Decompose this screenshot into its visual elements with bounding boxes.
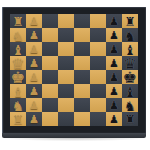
board-square[interactable] [90, 28, 106, 42]
white-pawn[interactable]: ♟ [26, 57, 42, 71]
board-square[interactable] [90, 98, 106, 112]
board-square[interactable]: ♝ [10, 42, 26, 56]
board-square[interactable] [74, 28, 90, 42]
black-pawn[interactable]: ♟ [106, 43, 122, 57]
white-knight[interactable]: ♞ [10, 99, 26, 113]
board-square[interactable] [58, 112, 74, 126]
board-square[interactable] [74, 14, 90, 28]
board-shadow [4, 138, 145, 141]
board-square[interactable] [90, 84, 106, 98]
black-pawn[interactable]: ♟ [106, 85, 122, 99]
board-square[interactable]: ♚ [122, 70, 138, 84]
black-knight[interactable]: ♞ [122, 99, 138, 113]
black-pawn[interactable]: ♟ [106, 29, 122, 43]
board-square[interactable]: ♞ [10, 28, 26, 42]
white-pawn[interactable]: ♟ [26, 43, 42, 57]
board-square[interactable] [58, 42, 74, 56]
board-square[interactable] [58, 28, 74, 42]
board-square[interactable] [58, 14, 74, 28]
black-pawn[interactable]: ♟ [106, 99, 122, 113]
board-square[interactable]: ♟ [106, 112, 122, 126]
board-square[interactable] [58, 98, 74, 112]
board-square[interactable] [74, 42, 90, 56]
black-pawn[interactable]: ♟ [106, 15, 122, 29]
board-square[interactable]: ♜ [122, 112, 138, 126]
white-rook[interactable]: ♜ [10, 113, 26, 127]
board-square[interactable] [90, 56, 106, 70]
board-square[interactable]: ♟ [26, 14, 42, 28]
board-square[interactable] [74, 70, 90, 84]
white-rook[interactable]: ♜ [10, 15, 26, 29]
board-square[interactable]: ♜ [10, 112, 26, 126]
board-square[interactable] [42, 56, 58, 70]
board-square[interactable]: ♜ [122, 14, 138, 28]
photo-background: ♜♟♟♜♞♟♟♞♝♟♟♝♛♟♟♛♚♟♟♚♝♟♟♝♞♟♟♞♜♟♟♜ [0, 0, 150, 150]
board-square[interactable]: ♚ [10, 70, 26, 84]
board-square[interactable]: ♝ [122, 84, 138, 98]
board-square[interactable] [74, 56, 90, 70]
board-square[interactable]: ♟ [26, 28, 42, 42]
board-square[interactable]: ♟ [106, 56, 122, 70]
board-square[interactable]: ♟ [26, 42, 42, 56]
board-square[interactable] [42, 70, 58, 84]
board-square[interactable] [42, 112, 58, 126]
black-rook[interactable]: ♜ [122, 113, 138, 127]
white-bishop[interactable]: ♝ [10, 85, 26, 99]
white-pawn[interactable]: ♟ [26, 71, 42, 85]
white-pawn[interactable]: ♟ [26, 113, 42, 127]
black-pawn[interactable]: ♟ [106, 71, 122, 85]
board-square[interactable] [42, 42, 58, 56]
board-square[interactable] [90, 70, 106, 84]
board-square[interactable]: ♝ [10, 84, 26, 98]
board-square[interactable] [58, 84, 74, 98]
board-square[interactable]: ♜ [10, 14, 26, 28]
board-square[interactable]: ♟ [26, 56, 42, 70]
board-square[interactable] [58, 70, 74, 84]
black-bishop[interactable]: ♝ [122, 85, 138, 99]
board-square[interactable]: ♟ [26, 84, 42, 98]
board-square[interactable] [42, 98, 58, 112]
board-square[interactable] [74, 112, 90, 126]
board-square[interactable]: ♞ [122, 28, 138, 42]
board-square[interactable]: ♟ [106, 28, 122, 42]
board-square[interactable]: ♞ [122, 98, 138, 112]
board-square[interactable]: ♟ [106, 70, 122, 84]
board-square[interactable]: ♞ [10, 98, 26, 112]
chess-board: ♜♟♟♜♞♟♟♞♝♟♟♝♛♟♟♛♚♟♟♚♝♟♟♝♞♟♟♞♜♟♟♜ [10, 14, 138, 126]
board-square[interactable] [42, 14, 58, 28]
board-square[interactable]: ♟ [106, 98, 122, 112]
white-knight[interactable]: ♞ [10, 29, 26, 43]
white-pawn[interactable]: ♟ [26, 15, 42, 29]
board-square[interactable]: ♝ [122, 42, 138, 56]
black-pawn[interactable]: ♟ [106, 57, 122, 71]
board-square[interactable]: ♟ [106, 14, 122, 28]
board-square[interactable]: ♟ [106, 84, 122, 98]
board-square[interactable] [90, 42, 106, 56]
white-pawn[interactable]: ♟ [26, 29, 42, 43]
white-king[interactable]: ♚ [10, 71, 26, 85]
board-square[interactable] [90, 112, 106, 126]
board-square[interactable] [42, 84, 58, 98]
board-square[interactable] [90, 14, 106, 28]
black-knight[interactable]: ♞ [122, 29, 138, 43]
black-king[interactable]: ♚ [122, 71, 138, 85]
board-square[interactable] [58, 56, 74, 70]
board-square[interactable] [74, 84, 90, 98]
black-rook[interactable]: ♜ [122, 15, 138, 29]
board-square[interactable]: ♟ [106, 42, 122, 56]
black-pawn[interactable]: ♟ [106, 113, 122, 127]
white-pawn[interactable]: ♟ [26, 85, 42, 99]
board-square[interactable] [74, 98, 90, 112]
board-square[interactable]: ♟ [26, 98, 42, 112]
board-square[interactable]: ♟ [26, 112, 42, 126]
board-square[interactable]: ♟ [26, 70, 42, 84]
white-pawn[interactable]: ♟ [26, 99, 42, 113]
board-square[interactable] [42, 28, 58, 42]
